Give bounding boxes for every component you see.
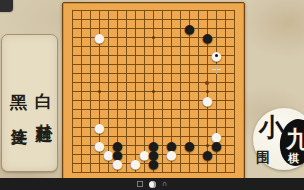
star-point (98, 36, 101, 39)
star-point (206, 90, 209, 93)
logo-char-qi: 棋 (288, 151, 299, 166)
video-frame: 白 朴廷桓 黑 连笑 ●●●●●●●●●●●●●●●●●●●●●● ∩ 小 九 … (0, 0, 304, 190)
logo-char-xiao: 小 (259, 111, 284, 144)
aux-dot-marker (205, 81, 209, 85)
logo-char-wei: 围 (256, 149, 270, 167)
star-point (98, 144, 101, 147)
white-player-name: 朴廷桓 (33, 111, 54, 114)
black-player-label: 黑 (7, 81, 30, 83)
star-point (152, 90, 155, 93)
player-name-panel: 白 朴廷桓 黑 连笑 (1, 34, 58, 172)
channel-logo: 小 九 围 棋 (253, 108, 304, 170)
arch-icon[interactable]: ∩ (162, 181, 167, 188)
black-stone: ● (211, 141, 221, 151)
white-stone: ● (112, 159, 122, 169)
black-stone: ● (112, 150, 122, 160)
white-stone: ● (202, 96, 212, 106)
board-grid: ●●●●●●●●●●●●●●●●●●●●●● (72, 10, 235, 173)
black-player-name: 连笑 (8, 115, 29, 117)
white-stone: ● (166, 150, 176, 160)
star-point (206, 36, 209, 39)
star-point (206, 144, 209, 147)
white-stone: ● (130, 159, 140, 169)
go-board[interactable]: ●●●●●●●●●●●●●●●●●●●●●● (62, 2, 245, 182)
white-stone: ● (139, 150, 149, 160)
white-stone: ● (94, 123, 104, 133)
black-stone: ● (184, 24, 194, 34)
star-point (152, 144, 155, 147)
black-stone: ● (184, 141, 194, 151)
black-stone: ● (166, 141, 176, 151)
white-player-label: 白 (32, 79, 55, 81)
black-stone: ● (202, 150, 212, 160)
video-control-bar: ∩ (0, 178, 304, 190)
black-stone: ● (148, 150, 158, 160)
square-icon[interactable] (137, 181, 143, 187)
corner-overlay-button[interactable] (0, 0, 13, 12)
star-point (152, 36, 155, 39)
white-stone: ● (103, 150, 113, 160)
white-stone: ● (211, 132, 221, 142)
white-stone: ● (211, 51, 221, 61)
toggle-knob-icon[interactable] (149, 181, 156, 188)
black-stone: ● (148, 159, 158, 169)
sparkle-effect (212, 65, 221, 74)
black-stone: ● (112, 141, 122, 151)
star-point (98, 90, 101, 93)
